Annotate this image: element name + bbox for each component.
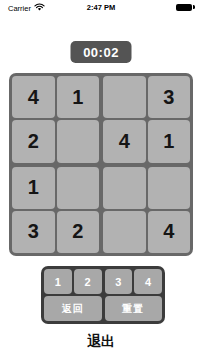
status-bar-left: Carrier xyxy=(8,3,45,13)
block-bottom-right: 4 xyxy=(103,167,190,254)
app-screen: Carrier 2:47 PM 00:02 4 1 2 3 4 1 xyxy=(0,0,202,359)
digit-1-button[interactable]: 1 xyxy=(44,269,72,294)
cell-r4c4[interactable]: 4 xyxy=(148,211,191,253)
exit-button[interactable]: 退出 xyxy=(0,333,202,351)
digit-2-button[interactable]: 2 xyxy=(74,269,102,294)
cell-r2c1[interactable]: 2 xyxy=(12,120,55,162)
keypad-digits-left: 1 2 xyxy=(44,269,102,294)
block-top-right: 3 4 1 xyxy=(103,76,190,163)
keypad-right-column: 3 4 重置 xyxy=(105,269,163,321)
cell-r1c1[interactable]: 4 xyxy=(12,76,55,118)
wifi-icon xyxy=(34,3,45,13)
block-bottom-left: 1 3 2 xyxy=(12,167,99,254)
cell-r2c4[interactable]: 1 xyxy=(148,120,191,162)
game-timer: 00:02 xyxy=(71,41,132,63)
battery-icon xyxy=(176,4,192,11)
cell-r1c3[interactable] xyxy=(103,76,146,118)
keypad-left-column: 1 2 返回 xyxy=(44,269,102,321)
cell-r4c3[interactable] xyxy=(103,211,146,253)
keypad: 1 2 返回 3 4 重置 xyxy=(41,266,165,324)
cell-r4c2[interactable]: 2 xyxy=(57,211,100,253)
cell-r3c2[interactable] xyxy=(57,167,100,209)
cell-r3c3[interactable] xyxy=(103,167,146,209)
clock: 2:47 PM xyxy=(87,3,115,12)
reset-button[interactable]: 重置 xyxy=(105,296,163,321)
keypad-digits-right: 3 4 xyxy=(105,269,163,294)
digit-4-button[interactable]: 4 xyxy=(134,269,162,294)
cell-r1c2[interactable]: 1 xyxy=(57,76,100,118)
block-top-left: 4 1 2 xyxy=(12,76,99,163)
sudoku-board: 4 1 2 3 4 1 1 3 2 4 xyxy=(9,73,193,256)
status-bar: Carrier 2:47 PM xyxy=(0,0,202,14)
digit-3-button[interactable]: 3 xyxy=(105,269,133,294)
cell-r4c1[interactable]: 3 xyxy=(12,211,55,253)
cell-r1c4[interactable]: 3 xyxy=(148,76,191,118)
cell-r2c3[interactable]: 4 xyxy=(103,120,146,162)
cell-r3c1[interactable]: 1 xyxy=(12,167,55,209)
cell-r3c4[interactable] xyxy=(148,167,191,209)
undo-button[interactable]: 返回 xyxy=(44,296,102,321)
cell-r2c2[interactable] xyxy=(57,120,100,162)
carrier-label: Carrier xyxy=(8,4,31,13)
